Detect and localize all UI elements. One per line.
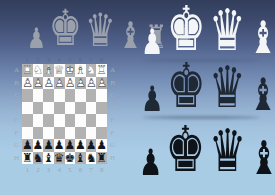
black-chess-piece: ♟ [86, 139, 97, 152]
board-square [75, 114, 86, 127]
board-square [96, 114, 107, 127]
board-square [65, 127, 76, 140]
white-3d-queen-icon: ♛ [209, 3, 246, 60]
board-square: ♞♘ [86, 64, 97, 77]
board-square [96, 102, 107, 115]
black-silhouette-king-icon: ♚ [165, 118, 205, 181]
board-square [86, 89, 97, 102]
coordinate-label: B [12, 77, 21, 90]
black-piece-set: ♟♚♛♝♜♞ [139, 133, 263, 181]
board-square [75, 102, 86, 115]
board-square [33, 127, 44, 140]
dark-navy-king-icon: ♚ [166, 55, 205, 117]
file-labels-bottom: 12345678 [22, 165, 107, 174]
board-square: ♟ [65, 139, 76, 152]
board-square: ♛ [54, 152, 65, 165]
board-square: ♜♖ [22, 64, 33, 77]
board-square: ♟♙ [86, 77, 97, 90]
white-chess-piece-outline: ♙ [22, 77, 33, 90]
black-silhouette-queen-icon: ♛ [209, 122, 247, 181]
coordinate-label: A [12, 64, 21, 77]
white-3d-pawn-icon: ♟ [141, 25, 163, 60]
board-square: ♟♙ [43, 77, 54, 90]
board-square [65, 102, 76, 115]
black-chess-piece: ♟ [43, 139, 54, 152]
chess-board: ♜♖♞♘♝♗♛♕♚♔♝♗♞♘♜♖♟♙♟♙♟♙♟♙♟♙♟♙♟♙♟♙♟♟♟♟♟♟♟♟… [22, 64, 107, 164]
dark-navy-queen-icon: ♛ [209, 60, 246, 117]
board-square [33, 89, 44, 102]
board-square [43, 127, 54, 140]
coordinate-label: C [12, 89, 21, 102]
black-chess-piece: ♟ [65, 139, 76, 152]
rank-labels-left: ABCDEFGH [12, 64, 21, 164]
black-chess-piece: ♛ [54, 152, 65, 165]
coordinate-label: H [12, 152, 21, 165]
board-square [54, 89, 65, 102]
board-square: ♟♙ [22, 77, 33, 90]
coordinate-label: 2 [33, 165, 44, 174]
black-chess-piece: ♚ [65, 152, 76, 165]
coordinate-label: F [12, 127, 21, 140]
black-chess-piece: ♟ [96, 139, 107, 152]
board-square: ♟♙ [33, 77, 44, 90]
black-chess-piece: ♜ [96, 152, 107, 165]
board-square: ♟ [22, 139, 33, 152]
board-square: ♚♔ [65, 64, 76, 77]
board-square [43, 114, 54, 127]
white-chess-piece-outline: ♙ [75, 77, 86, 90]
gray-silhouette-king-icon: ♚ [49, 3, 82, 53]
black-chess-piece: ♝ [43, 152, 54, 165]
dark-navy-pawn-icon: ♟ [141, 82, 163, 117]
coordinate-label: C [108, 89, 117, 102]
black-chess-piece: ♟ [75, 139, 86, 152]
white-chess-piece-outline: ♗ [75, 64, 86, 77]
board-square [22, 102, 33, 115]
white-chess-piece-outline: ♕ [54, 64, 65, 77]
gray-silhouette-queen-icon: ♛ [85, 7, 115, 53]
board-square [65, 89, 76, 102]
gray-silhouette-pawn-icon: ♟ [27, 25, 46, 53]
black-silhouette-pawn-icon: ♟ [139, 145, 162, 181]
board-square [33, 102, 44, 115]
board-square [96, 127, 107, 140]
board-square [86, 114, 97, 127]
rank-labels-right: ABCDEFGH [108, 64, 117, 164]
board-square [43, 89, 54, 102]
coordinate-label: D [108, 102, 117, 115]
board-square: ♜♖ [96, 64, 107, 77]
board-square: ♝ [43, 152, 54, 165]
white-chess-piece-outline: ♙ [43, 77, 54, 90]
board-square [22, 89, 33, 102]
white-chess-piece-outline: ♙ [33, 77, 44, 90]
coordinate-label: B [108, 77, 117, 90]
white-chess-piece-outline: ♙ [54, 77, 65, 90]
coordinate-label: A [108, 64, 117, 77]
white-chess-piece-outline: ♔ [65, 64, 76, 77]
board-square: ♟ [75, 139, 86, 152]
black-chess-piece: ♞ [33, 152, 44, 165]
board-square [65, 114, 76, 127]
board-square: ♛♕ [54, 64, 65, 77]
board-square: ♟ [43, 139, 54, 152]
board-square [43, 102, 54, 115]
board-square [96, 89, 107, 102]
coordinate-label: 1 [22, 165, 33, 174]
board-square: ♟♙ [96, 77, 107, 90]
board-square: ♞ [86, 152, 97, 165]
coordinate-label: 6 [75, 165, 86, 174]
board-square: ♝♗ [43, 64, 54, 77]
board-square: ♞ [33, 152, 44, 165]
coordinate-label: G [12, 139, 21, 152]
board-square: ♟ [96, 139, 107, 152]
coordinate-label: E [108, 114, 117, 127]
coordinate-label: E [12, 114, 21, 127]
white-chess-piece-outline: ♗ [43, 64, 54, 77]
coordinate-label: 5 [65, 165, 76, 174]
black-chess-piece: ♝ [75, 152, 86, 165]
dark-navy-bishop-icon: ♝ [249, 72, 275, 117]
board-square: ♟ [86, 139, 97, 152]
dark-piece-set: ♟♚♛♝♜♞ [141, 70, 263, 117]
white-chess-piece-outline: ♙ [96, 77, 107, 90]
coordinate-label: 4 [54, 165, 65, 174]
black-chess-piece: ♞ [86, 152, 97, 165]
black-chess-piece: ♜ [22, 152, 33, 165]
coordinate-label: 3 [43, 165, 54, 174]
board-square: ♟ [54, 139, 65, 152]
board-square: ♝♗ [75, 64, 86, 77]
board-square: ♟♙ [65, 77, 76, 90]
board-square: ♞♘ [33, 64, 44, 77]
board-square: ♟♙ [54, 77, 65, 90]
board-square: ♜ [22, 152, 33, 165]
coordinate-label: G [108, 139, 117, 152]
white-3d-bishop-icon: ♝ [249, 15, 275, 60]
coordinate-label: H [108, 152, 117, 165]
white-chess-piece-outline: ♘ [33, 64, 44, 77]
board-square [54, 114, 65, 127]
board-square [86, 127, 97, 140]
white-chess-piece-outline: ♖ [22, 64, 33, 77]
board-square [54, 127, 65, 140]
coordinate-label: F [108, 127, 117, 140]
white-chess-piece-outline: ♙ [86, 77, 97, 90]
black-chess-piece: ♟ [22, 139, 33, 152]
board-square [22, 127, 33, 140]
board-square [75, 127, 86, 140]
board-square [33, 114, 44, 127]
black-silhouette-bishop-icon: ♝ [249, 135, 275, 181]
board-square [22, 114, 33, 127]
white-chess-piece-outline: ♙ [65, 77, 76, 90]
board-square: ♟ [33, 139, 44, 152]
white-chess-piece-outline: ♘ [86, 64, 97, 77]
gray-silhouette-bishop-icon: ♝ [118, 17, 142, 53]
chess-illustration: ♟♚♛♝♜♞ ♟♚♛♝♜♞ ♟♚♛♝♜♞ ♟♚♛♝♜♞ 12345678 123… [0, 0, 275, 195]
gray-piece-set: ♟♚♛♝♜♞ [27, 13, 137, 53]
board-square: ♝ [75, 152, 86, 165]
board-square [54, 102, 65, 115]
board-square: ♜ [96, 152, 107, 165]
board-square: ♟♙ [75, 77, 86, 90]
coordinate-label: 7 [86, 165, 97, 174]
coordinate-label: 8 [96, 165, 107, 174]
coordinate-label: D [12, 102, 21, 115]
black-chess-piece: ♟ [54, 139, 65, 152]
white-chess-piece-outline: ♖ [96, 64, 107, 77]
board-square [86, 102, 97, 115]
board-square: ♚ [65, 152, 76, 165]
black-chess-piece: ♟ [33, 139, 44, 152]
board-square [75, 89, 86, 102]
